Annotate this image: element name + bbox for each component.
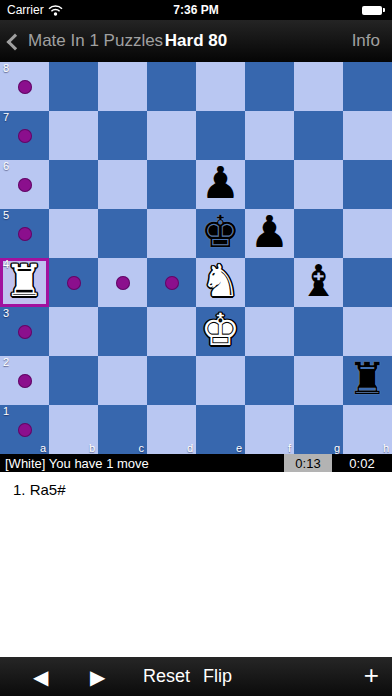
file-label-b: b <box>89 442 95 454</box>
square-h1[interactable]: h <box>343 405 392 454</box>
black-clock: 0:02 <box>332 454 392 472</box>
square-e1[interactable]: e <box>196 405 245 454</box>
chevron-left-icon <box>7 33 24 50</box>
square-f6[interactable] <box>245 160 294 209</box>
square-b6[interactable] <box>49 160 98 209</box>
square-f8[interactable] <box>245 62 294 111</box>
square-f1[interactable]: f <box>245 405 294 454</box>
rank-label-2: 2 <box>3 356 9 368</box>
legal-move-dot <box>18 325 32 339</box>
legal-move-dot <box>116 276 130 290</box>
square-g8[interactable] <box>294 62 343 111</box>
clock: 7:36 PM <box>0 3 392 17</box>
square-c1[interactable]: c <box>98 405 147 454</box>
square-d2[interactable] <box>147 356 196 405</box>
square-c7[interactable] <box>98 111 147 160</box>
file-label-h: h <box>383 442 389 454</box>
file-label-g: g <box>334 442 340 454</box>
black-king-e5[interactable]: ♚ <box>196 209 245 258</box>
white-knight-e4[interactable]: ♞ <box>196 258 245 307</box>
square-d3[interactable] <box>147 307 196 356</box>
square-b5[interactable] <box>49 209 98 258</box>
legal-move-dot <box>18 227 32 241</box>
bottom-toolbar: ◀ ▶ Reset Flip + <box>0 657 392 696</box>
move-list: 1. Ra5# <box>0 472 392 657</box>
square-a3[interactable]: 3 <box>0 307 49 356</box>
legal-move-dot <box>18 178 32 192</box>
square-d6[interactable] <box>147 160 196 209</box>
square-g1[interactable]: g <box>294 405 343 454</box>
square-b8[interactable] <box>49 62 98 111</box>
square-b3[interactable] <box>49 307 98 356</box>
square-g4[interactable]: ♝ <box>294 258 343 307</box>
legal-move-dot <box>18 374 32 388</box>
reset-button[interactable]: Reset <box>143 657 190 696</box>
info-button[interactable]: Info <box>352 20 380 62</box>
file-label-c: c <box>139 442 145 454</box>
legal-move-dot <box>18 80 32 94</box>
square-e3[interactable]: ♚ <box>196 307 245 356</box>
square-h3[interactable] <box>343 307 392 356</box>
square-e7[interactable] <box>196 111 245 160</box>
legal-move-dot <box>18 129 32 143</box>
square-b2[interactable] <box>49 356 98 405</box>
square-f7[interactable] <box>245 111 294 160</box>
square-a8[interactable]: 8 <box>0 62 49 111</box>
rank-label-8: 8 <box>3 62 9 74</box>
square-h6[interactable] <box>343 160 392 209</box>
rank-label-6: 6 <box>3 160 9 172</box>
black-pawn-e6[interactable]: ♟ <box>196 160 245 209</box>
square-c5[interactable] <box>98 209 147 258</box>
square-h4[interactable] <box>343 258 392 307</box>
square-b1[interactable]: b <box>49 405 98 454</box>
square-e4[interactable]: ♞ <box>196 258 245 307</box>
square-c6[interactable] <box>98 160 147 209</box>
app-window: Carrier 7:36 PM Mate In 1 Puzzles Hard 8… <box>0 0 392 696</box>
square-h8[interactable] <box>343 62 392 111</box>
square-g2[interactable] <box>294 356 343 405</box>
white-king-e3[interactable]: ♚ <box>196 307 245 356</box>
square-g5[interactable] <box>294 209 343 258</box>
back-button[interactable]: Mate In 1 Puzzles <box>9 20 163 62</box>
square-c4[interactable] <box>98 258 147 307</box>
square-a4[interactable]: 4♜ <box>0 258 49 307</box>
next-move-button[interactable]: ▶ <box>90 657 105 696</box>
square-a5[interactable]: 5 <box>0 209 49 258</box>
square-c3[interactable] <box>98 307 147 356</box>
flip-board-button[interactable]: Flip <box>203 657 232 696</box>
square-e5[interactable]: ♚ <box>196 209 245 258</box>
legal-move-dot <box>165 276 179 290</box>
square-h2[interactable]: ♜ <box>343 356 392 405</box>
square-g7[interactable] <box>294 111 343 160</box>
file-label-e: e <box>236 442 242 454</box>
turn-message: [White] You have 1 move <box>0 456 284 471</box>
square-h5[interactable] <box>343 209 392 258</box>
square-a6[interactable]: 6 <box>0 160 49 209</box>
back-button-label: Mate In 1 Puzzles <box>28 31 163 51</box>
square-c2[interactable] <box>98 356 147 405</box>
square-g3[interactable] <box>294 307 343 356</box>
previous-move-button[interactable]: ◀ <box>33 657 48 696</box>
file-label-f: f <box>288 442 291 454</box>
square-g6[interactable] <box>294 160 343 209</box>
add-button[interactable]: + <box>364 657 379 696</box>
rank-label-1: 1 <box>3 405 9 417</box>
chess-board: 876♟5♚♟4♜♞♝3♚2♜1abcdefgh <box>0 62 392 454</box>
black-pawn-f5[interactable]: ♟ <box>245 209 294 258</box>
square-e2[interactable] <box>196 356 245 405</box>
rank-label-3: 3 <box>3 307 9 319</box>
move-entry: 1. Ra5# <box>13 481 66 498</box>
square-e8[interactable] <box>196 62 245 111</box>
square-h7[interactable] <box>343 111 392 160</box>
square-f5[interactable]: ♟ <box>245 209 294 258</box>
square-a1[interactable]: 1a <box>0 405 49 454</box>
black-bishop-g4[interactable]: ♝ <box>294 258 343 307</box>
rank-label-4: 4 <box>3 258 9 270</box>
square-c8[interactable] <box>98 62 147 111</box>
square-b4[interactable] <box>49 258 98 307</box>
square-f4[interactable] <box>245 258 294 307</box>
square-b7[interactable] <box>49 111 98 160</box>
square-d1[interactable]: d <box>147 405 196 454</box>
square-f3[interactable] <box>245 307 294 356</box>
message-bar: [White] You have 1 move 0:13 0:02 <box>0 454 392 472</box>
file-label-d: d <box>187 442 193 454</box>
status-bar: Carrier 7:36 PM <box>0 0 392 20</box>
rank-label-5: 5 <box>3 209 9 221</box>
square-d7[interactable] <box>147 111 196 160</box>
black-rook-h2[interactable]: ♜ <box>343 356 392 405</box>
square-d5[interactable] <box>147 209 196 258</box>
square-a2[interactable]: 2 <box>0 356 49 405</box>
white-clock: 0:13 <box>284 454 332 472</box>
legal-move-dot <box>67 276 81 290</box>
square-d8[interactable] <box>147 62 196 111</box>
square-e6[interactable]: ♟ <box>196 160 245 209</box>
rank-label-7: 7 <box>3 111 9 123</box>
legal-move-dot <box>18 423 32 437</box>
navigation-bar: Mate In 1 Puzzles Hard 80 Info <box>0 20 392 62</box>
square-f2[interactable] <box>245 356 294 405</box>
file-label-a: a <box>40 442 46 454</box>
square-a7[interactable]: 7 <box>0 111 49 160</box>
square-d4[interactable] <box>147 258 196 307</box>
